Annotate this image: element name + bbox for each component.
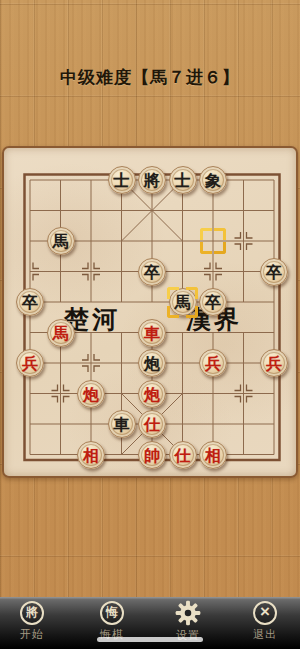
undo-seal-icon: 悔 [100, 601, 124, 625]
piece-black-horse[interactable]: 馬 [169, 288, 197, 316]
piece-black-soldier[interactable]: 卒 [138, 258, 166, 286]
piece-red-soldier[interactable]: 兵 [260, 349, 288, 377]
piece-red-advisor[interactable]: 仕 [138, 410, 166, 438]
start-label: 开始 [8, 627, 56, 642]
piece-red-chariot[interactable]: 車 [138, 319, 166, 347]
exit-label: 退出 [241, 627, 289, 642]
gear-icon [175, 600, 201, 626]
piece-red-elephant[interactable]: 相 [77, 441, 105, 469]
piece-black-soldier[interactable]: 卒 [16, 288, 44, 316]
piece-black-soldier[interactable]: 卒 [260, 258, 288, 286]
undo-button[interactable]: 悔 悔棋 [88, 601, 136, 642]
piece-red-horse[interactable]: 馬 [47, 319, 75, 347]
piece-black-cannon[interactable]: 炮 [138, 349, 166, 377]
start-button[interactable]: 將 开始 [8, 601, 56, 642]
piece-black-soldier[interactable]: 卒 [199, 288, 227, 316]
piece-red-cannon[interactable]: 炮 [138, 380, 166, 408]
piece-red-soldier[interactable]: 兵 [16, 349, 44, 377]
app-screen: 中级难度【馬７进６】 楚河 漢界 士將士象馬卒卒卒馬卒炮車馬車兵兵兵炮炮仕相帥仕… [0, 0, 300, 649]
difficulty-last-move-title: 中级难度【馬７进６】 [0, 66, 300, 89]
start-seal-icon: 將 [20, 601, 44, 625]
xiangqi-board[interactable]: 楚河 漢界 士將士象馬卒卒卒馬卒炮車馬車兵兵兵炮炮仕相帥仕相 [2, 146, 298, 478]
home-indicator[interactable] [97, 637, 203, 642]
piece-black-general[interactable]: 將 [138, 166, 166, 194]
piece-red-cannon[interactable]: 炮 [77, 380, 105, 408]
piece-black-chariot[interactable]: 車 [108, 410, 136, 438]
piece-black-advisor[interactable]: 士 [108, 166, 136, 194]
piece-red-general[interactable]: 帥 [138, 441, 166, 469]
piece-red-elephant[interactable]: 相 [199, 441, 227, 469]
piece-black-horse[interactable]: 馬 [47, 227, 75, 255]
exit-button[interactable]: × 退出 [241, 601, 289, 642]
piece-red-soldier[interactable]: 兵 [199, 349, 227, 377]
piece-black-elephant[interactable]: 象 [199, 166, 227, 194]
close-circle-icon: × [253, 601, 277, 625]
piece-red-advisor[interactable]: 仕 [169, 441, 197, 469]
piece-black-advisor[interactable]: 士 [169, 166, 197, 194]
